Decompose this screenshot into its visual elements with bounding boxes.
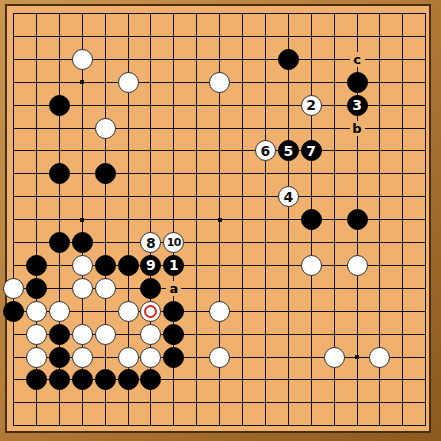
white-stone	[118, 347, 139, 368]
black-stone	[49, 369, 70, 390]
star-point	[218, 218, 222, 222]
black-stone	[26, 278, 47, 299]
black-stone	[72, 232, 93, 253]
star-point	[80, 80, 84, 84]
black-stone: 1	[163, 255, 184, 276]
white-stone	[347, 255, 368, 276]
white-stone	[26, 324, 47, 345]
move-number-7: 7	[302, 141, 321, 160]
move-number-1: 1	[164, 256, 183, 275]
black-stone	[140, 278, 161, 299]
black-stone	[140, 369, 161, 390]
black-stone	[347, 72, 368, 93]
board-layer: abc23657481091	[0, 0, 441, 441]
black-stone	[163, 301, 184, 322]
black-stone	[118, 369, 139, 390]
point-label-b: b	[350, 121, 365, 136]
black-stone	[95, 255, 116, 276]
move-number-4: 4	[279, 187, 298, 206]
white-stone: 6	[255, 140, 276, 161]
white-stone: 4	[278, 186, 299, 207]
white-stone	[3, 278, 24, 299]
white-stone	[72, 49, 93, 70]
black-stone	[49, 232, 70, 253]
black-stone: 3	[347, 95, 368, 116]
move-number-9: 9	[141, 256, 160, 275]
white-stone	[72, 278, 93, 299]
white-stone	[95, 278, 116, 299]
black-stone	[347, 209, 368, 230]
grid-line-vertical	[265, 13, 266, 426]
white-stone	[118, 301, 139, 322]
white-stone	[49, 301, 70, 322]
white-stone	[26, 347, 47, 368]
white-stone	[26, 301, 47, 322]
white-stone	[72, 347, 93, 368]
star-point	[355, 355, 359, 359]
white-stone	[140, 324, 161, 345]
grid-line-vertical	[288, 13, 289, 426]
white-stone	[301, 255, 322, 276]
black-stone: 5	[278, 140, 299, 161]
grid-line-vertical	[242, 13, 243, 426]
black-stone	[163, 347, 184, 368]
white-stone	[72, 324, 93, 345]
move-number-3: 3	[348, 96, 367, 115]
star-point	[80, 218, 84, 222]
black-stone	[49, 95, 70, 116]
circle-mark	[144, 305, 157, 318]
black-stone	[26, 255, 47, 276]
black-stone	[301, 209, 322, 230]
move-number-6: 6	[256, 141, 275, 160]
black-stone: 7	[301, 140, 322, 161]
black-stone	[95, 163, 116, 184]
point-label-c: c	[350, 52, 365, 67]
go-diagram: abc23657481091	[0, 0, 441, 441]
white-stone: 10	[163, 232, 184, 253]
move-number-8: 8	[141, 233, 160, 252]
black-stone	[49, 163, 70, 184]
black-stone	[163, 324, 184, 345]
white-stone	[209, 301, 230, 322]
white-stone	[209, 72, 230, 93]
grid-line-horizontal	[13, 425, 426, 426]
black-stone	[26, 369, 47, 390]
black-stone: 9	[140, 255, 161, 276]
black-stone	[278, 49, 299, 70]
move-number-5: 5	[279, 141, 298, 160]
black-stone	[72, 369, 93, 390]
white-stone	[324, 347, 345, 368]
black-stone	[49, 347, 70, 368]
white-stone	[369, 347, 390, 368]
grid-line-horizontal	[13, 402, 426, 403]
move-number-10: 10	[164, 233, 183, 252]
move-number-2: 2	[302, 96, 321, 115]
grid-line-vertical	[402, 13, 403, 426]
white-stone	[95, 324, 116, 345]
white-stone	[140, 347, 161, 368]
white-stone	[95, 118, 116, 139]
black-stone	[95, 369, 116, 390]
white-stone: 8	[140, 232, 161, 253]
black-stone	[3, 301, 24, 322]
black-stone	[118, 255, 139, 276]
white-stone	[209, 347, 230, 368]
white-stone	[140, 301, 161, 322]
point-label-a: a	[166, 281, 181, 296]
black-stone	[49, 324, 70, 345]
white-stone	[72, 255, 93, 276]
grid-line-vertical	[425, 13, 426, 426]
white-stone: 2	[301, 95, 322, 116]
white-stone	[118, 72, 139, 93]
